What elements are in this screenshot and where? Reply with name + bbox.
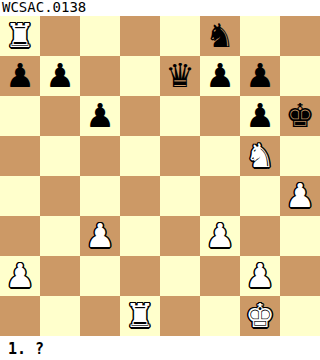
- square-b6[interactable]: [40, 96, 80, 136]
- square-c4[interactable]: [80, 176, 120, 216]
- square-f2[interactable]: [200, 256, 240, 296]
- square-c8[interactable]: [80, 16, 120, 56]
- piece-white-pawn: ♟: [5, 256, 35, 296]
- square-f3[interactable]: ♟: [200, 216, 240, 256]
- square-d3[interactable]: [120, 216, 160, 256]
- square-e1[interactable]: [160, 296, 200, 336]
- diagram-title: WCSAC.0138: [0, 0, 320, 16]
- square-g2[interactable]: ♟: [240, 256, 280, 296]
- square-c7[interactable]: [80, 56, 120, 96]
- square-d2[interactable]: [120, 256, 160, 296]
- piece-black-pawn: ♟: [85, 96, 115, 136]
- piece-white-pawn: ♟: [245, 256, 275, 296]
- square-d7[interactable]: [120, 56, 160, 96]
- piece-black-pawn: ♟: [205, 56, 235, 96]
- move-prompt: 1. ?: [0, 336, 320, 360]
- square-g4[interactable]: [240, 176, 280, 216]
- square-g5[interactable]: ♞: [240, 136, 280, 176]
- chess-board: ♜♞♟♟♛♟♟♟♟♚♞♟♟♟♟♟♜♚: [0, 16, 320, 336]
- piece-white-rook: ♜: [125, 296, 155, 336]
- square-f6[interactable]: [200, 96, 240, 136]
- piece-white-rook: ♜: [5, 16, 35, 56]
- piece-black-pawn: ♟: [5, 56, 35, 96]
- square-h5[interactable]: [280, 136, 320, 176]
- piece-black-queen: ♛: [165, 56, 195, 96]
- piece-white-pawn: ♟: [85, 216, 115, 256]
- piece-black-king: ♚: [285, 96, 315, 136]
- square-d5[interactable]: [120, 136, 160, 176]
- square-d1[interactable]: ♜: [120, 296, 160, 336]
- square-h6[interactable]: ♚: [280, 96, 320, 136]
- square-e2[interactable]: [160, 256, 200, 296]
- square-e6[interactable]: [160, 96, 200, 136]
- square-g7[interactable]: ♟: [240, 56, 280, 96]
- square-d4[interactable]: [120, 176, 160, 216]
- square-a5[interactable]: [0, 136, 40, 176]
- square-f4[interactable]: [200, 176, 240, 216]
- square-a6[interactable]: [0, 96, 40, 136]
- square-a1[interactable]: [0, 296, 40, 336]
- piece-white-king: ♚: [245, 296, 275, 336]
- square-e3[interactable]: [160, 216, 200, 256]
- square-a2[interactable]: ♟: [0, 256, 40, 296]
- square-b5[interactable]: [40, 136, 80, 176]
- square-b3[interactable]: [40, 216, 80, 256]
- square-h4[interactable]: ♟: [280, 176, 320, 216]
- square-h2[interactable]: [280, 256, 320, 296]
- piece-white-pawn: ♟: [285, 176, 315, 216]
- square-a8[interactable]: ♜: [0, 16, 40, 56]
- piece-black-pawn: ♟: [45, 56, 75, 96]
- piece-white-pawn: ♟: [205, 216, 235, 256]
- square-b4[interactable]: [40, 176, 80, 216]
- piece-white-knight: ♞: [245, 136, 275, 176]
- square-d8[interactable]: [120, 16, 160, 56]
- square-g6[interactable]: ♟: [240, 96, 280, 136]
- square-e4[interactable]: [160, 176, 200, 216]
- square-f8[interactable]: ♞: [200, 16, 240, 56]
- chess-diagram-page: WCSAC.0138 ♜♞♟♟♛♟♟♟♟♚♞♟♟♟♟♟♜♚ 1. ?: [0, 0, 320, 360]
- square-c1[interactable]: [80, 296, 120, 336]
- square-f7[interactable]: ♟: [200, 56, 240, 96]
- square-h3[interactable]: [280, 216, 320, 256]
- square-f5[interactable]: [200, 136, 240, 176]
- piece-black-pawn: ♟: [245, 96, 275, 136]
- square-a7[interactable]: ♟: [0, 56, 40, 96]
- square-e8[interactable]: [160, 16, 200, 56]
- square-h1[interactable]: [280, 296, 320, 336]
- square-c3[interactable]: ♟: [80, 216, 120, 256]
- piece-black-pawn: ♟: [245, 56, 275, 96]
- square-b2[interactable]: [40, 256, 80, 296]
- square-c6[interactable]: ♟: [80, 96, 120, 136]
- square-h7[interactable]: [280, 56, 320, 96]
- piece-black-knight: ♞: [205, 16, 235, 56]
- square-g8[interactable]: [240, 16, 280, 56]
- square-b8[interactable]: [40, 16, 80, 56]
- square-b1[interactable]: [40, 296, 80, 336]
- square-h8[interactable]: [280, 16, 320, 56]
- square-a3[interactable]: [0, 216, 40, 256]
- square-f1[interactable]: [200, 296, 240, 336]
- square-g3[interactable]: [240, 216, 280, 256]
- square-d6[interactable]: [120, 96, 160, 136]
- square-e5[interactable]: [160, 136, 200, 176]
- square-b7[interactable]: ♟: [40, 56, 80, 96]
- square-c2[interactable]: [80, 256, 120, 296]
- square-a4[interactable]: [0, 176, 40, 216]
- square-e7[interactable]: ♛: [160, 56, 200, 96]
- square-c5[interactable]: [80, 136, 120, 176]
- square-g1[interactable]: ♚: [240, 296, 280, 336]
